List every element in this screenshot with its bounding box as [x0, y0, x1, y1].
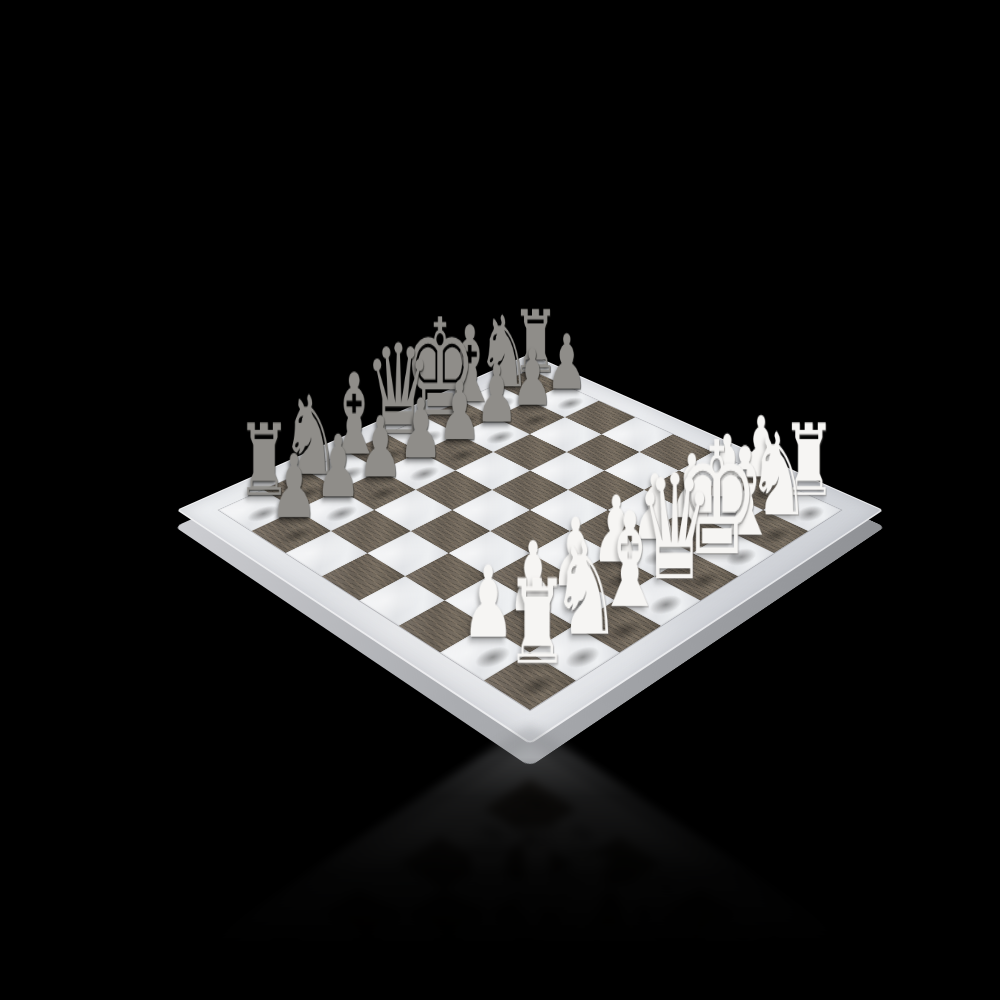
piece-shadow	[278, 982, 337, 1000]
piece-shadow	[311, 961, 371, 992]
product-photo-stage: ♜♞♝♛♚♝♞♜♟♟♟♟♟♟♟♟♟♟♟♟♟♟♟♟♜♞♝♛♚♝♞♜ ♜♞♝♛♚♝♞…	[0, 0, 1000, 1000]
square-a8: ♜	[219, 959, 297, 1000]
black-rook-a8: ♜	[237, 979, 280, 1000]
black-pawn-c7: ♟	[358, 406, 400, 490]
square-c7: ♟	[340, 980, 416, 1000]
square-f2: ♟	[649, 937, 729, 980]
square-g2: ♟	[686, 959, 764, 1000]
square-h2: ♟	[720, 980, 796, 1000]
square-b8: ♞	[264, 980, 340, 1000]
piece-shadow	[703, 961, 760, 992]
black-pawn-b7: ♟	[315, 979, 358, 1000]
white-bishop-f1: ♝	[712, 936, 757, 1000]
square-a6	[286, 914, 367, 959]
square-d5	[452, 959, 530, 1000]
square-a7: ♟	[252, 937, 332, 980]
white-rook-h1: ♜	[782, 979, 825, 1000]
white-knight-g1: ♞	[748, 958, 792, 1000]
chess-scene: ♜♞♝♛♚♝♞♜♟♟♟♟♟♟♟♟♟♟♟♟♟♟♟♟♜♞♝♛♚♝♞♜	[140, 120, 920, 900]
black-pawn-a7: ♟	[270, 444, 314, 532]
white-pawn-f2: ♟	[668, 958, 712, 1000]
square-c5	[411, 937, 491, 980]
square-f3	[608, 959, 686, 1000]
black-pawn-e7: ♟	[438, 372, 478, 453]
white-pawn-g2: ♟	[704, 979, 747, 1000]
white-queen-d1: ♛	[636, 889, 683, 1000]
square-c6	[374, 959, 452, 1000]
black-pawn-a7: ♟	[270, 958, 314, 1000]
square-f1: ♝	[693, 914, 774, 959]
piece-shadow	[738, 982, 794, 1000]
black-pawn-f7: ♟	[476, 356, 515, 435]
white-king-e1: ♚	[675, 913, 721, 1000]
piece-shadow	[266, 939, 328, 972]
square-g3	[644, 980, 720, 1000]
board-3d-tilt: ♜♞♝♛♚♝♞♜♟♟♟♟♟♟♟♟♟♟♟♟♟♟♟♟♜♞♝♛♚♝♞♜	[176, 354, 883, 744]
square-d3	[530, 914, 611, 959]
piece-shadow	[711, 916, 771, 950]
board-marble-slab: ♜♞♝♛♚♝♞♜♟♟♟♟♟♟♟♟♟♟♟♟♟♟♟♟♜♞♝♛♚♝♞♜	[176, 354, 883, 744]
white-pawn-c2: ♟	[550, 889, 597, 983]
piece-shadow	[354, 982, 412, 1000]
piece-shadow	[747, 939, 805, 972]
square-b7: ♟	[297, 959, 375, 1000]
square-d6	[416, 980, 492, 1000]
black-pawn-b7: ♟	[315, 425, 358, 511]
square-e4	[530, 959, 608, 1000]
square-e3	[570, 937, 650, 980]
square-c4	[449, 914, 530, 959]
square-h1: ♜	[763, 959, 841, 1000]
square-e5	[492, 980, 568, 1000]
piece-shadow	[667, 939, 726, 972]
square-g1: ♞	[729, 937, 809, 980]
piece-shadow	[233, 961, 294, 992]
piece-shadow	[629, 916, 689, 950]
square-b5	[367, 914, 448, 959]
white-pawn-a2: ♟	[462, 554, 511, 653]
chess-board: ♜♞♝♛♚♝♞♜♟♟♟♟♟♟♟♟♟♟♟♟♟♟♟♟♜♞♝♛♚♝♞♜	[219, 370, 841, 710]
white-pawn-e2: ♟	[631, 936, 676, 1000]
square-b6	[331, 937, 411, 980]
square-f4	[568, 980, 644, 1000]
piece-shadow	[782, 961, 838, 992]
square-e2: ♟	[611, 914, 692, 959]
white-pawn-d2: ♟	[592, 913, 638, 1000]
black-pawn-d7: ♟	[399, 389, 440, 471]
square-d4	[490, 937, 570, 980]
white-rook-a1: ♜	[506, 565, 557, 682]
